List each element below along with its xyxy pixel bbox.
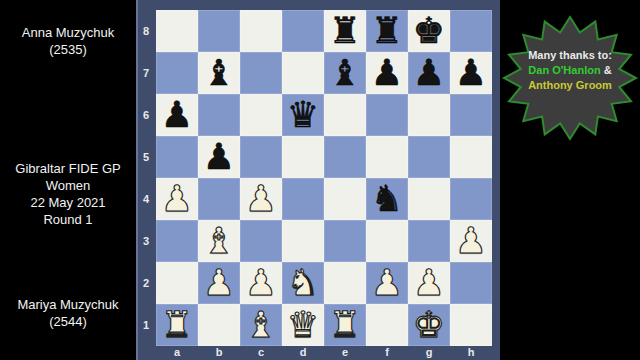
square-d8 — [282, 10, 324, 52]
square-e7: ♝ — [324, 52, 366, 94]
event-section: Women — [0, 177, 136, 194]
square-f6 — [366, 94, 408, 136]
black-pawn: ♟ — [366, 52, 408, 94]
square-b2: ♟ — [198, 262, 240, 304]
event-caption: Gibraltar FIDE GP Women 22 May 2021 Roun… — [0, 160, 136, 228]
square-e2 — [324, 262, 366, 304]
white-pawn: ♟ — [450, 220, 492, 262]
square-a1: ♜ — [156, 304, 198, 346]
square-e5 — [324, 136, 366, 178]
chess-board: ♜♜♚♝♝♟♟♟♟♛♟♟♟♞♝♟♟♟♞♟♟♜♝♛♜♚ — [156, 10, 492, 346]
square-a2 — [156, 262, 198, 304]
square-c3 — [240, 220, 282, 262]
square-h8 — [450, 10, 492, 52]
white-pawn: ♟ — [408, 262, 450, 304]
file-label-f: f — [366, 346, 408, 359]
square-a5 — [156, 136, 198, 178]
black-pawn: ♟ — [408, 52, 450, 94]
file-label-g: g — [408, 346, 450, 359]
square-c1: ♝ — [240, 304, 282, 346]
file-label-e: e — [324, 346, 366, 359]
file-label-h: h — [450, 346, 492, 359]
square-h4 — [450, 178, 492, 220]
square-e8: ♜ — [324, 10, 366, 52]
square-f3 — [366, 220, 408, 262]
square-a3 — [156, 220, 198, 262]
square-f2: ♟ — [366, 262, 408, 304]
white-pawn: ♟ — [240, 178, 282, 220]
bottom-player-rating: (2544) — [0, 313, 136, 330]
square-c7 — [240, 52, 282, 94]
square-d3 — [282, 220, 324, 262]
top-player-name: Anna Muzychuk — [0, 24, 136, 41]
white-rook: ♜ — [324, 304, 366, 346]
white-pawn: ♟ — [156, 178, 198, 220]
square-b5: ♟ — [198, 136, 240, 178]
square-c2: ♟ — [240, 262, 282, 304]
rank-label-3: 3 — [138, 220, 154, 262]
square-g2: ♟ — [408, 262, 450, 304]
rank-label-7: 7 — [138, 52, 154, 94]
square-g8: ♚ — [408, 10, 450, 52]
square-f5 — [366, 136, 408, 178]
square-h1 — [450, 304, 492, 346]
badge-separator: & — [601, 64, 612, 76]
rank-label-6: 6 — [138, 94, 154, 136]
thanks-badge: Many thanks to: Dan O'Hanlon & Anthony G… — [501, 14, 639, 144]
white-rook: ♜ — [156, 304, 198, 346]
square-g5 — [408, 136, 450, 178]
square-f8: ♜ — [366, 10, 408, 52]
black-pawn: ♟ — [156, 94, 198, 136]
square-d2: ♞ — [282, 262, 324, 304]
square-c6 — [240, 94, 282, 136]
square-e1: ♜ — [324, 304, 366, 346]
square-g4 — [408, 178, 450, 220]
square-a7 — [156, 52, 198, 94]
square-f4: ♞ — [366, 178, 408, 220]
rank-label-1: 1 — [138, 304, 154, 346]
white-bishop: ♝ — [198, 220, 240, 262]
top-player-rating: (2535) — [0, 41, 136, 58]
white-bishop: ♝ — [240, 304, 282, 346]
rank-label-8: 8 — [138, 10, 154, 52]
white-queen: ♛ — [282, 304, 324, 346]
square-h6 — [450, 94, 492, 136]
file-label-a: a — [156, 346, 198, 359]
white-pawn: ♟ — [240, 262, 282, 304]
rank-label-2: 2 — [138, 262, 154, 304]
square-a4: ♟ — [156, 178, 198, 220]
event-name: Gibraltar FIDE GP — [0, 160, 136, 177]
square-e4 — [324, 178, 366, 220]
white-pawn: ♟ — [366, 262, 408, 304]
square-b6 — [198, 94, 240, 136]
square-b8 — [198, 10, 240, 52]
badge-line-2: Dan O'Hanlon & — [528, 63, 611, 78]
black-rook: ♜ — [324, 10, 366, 52]
square-d7 — [282, 52, 324, 94]
top-player-caption: Anna Muzychuk (2535) — [0, 24, 136, 58]
black-bishop: ♝ — [198, 52, 240, 94]
event-round: Round 1 — [0, 211, 136, 228]
square-d5 — [282, 136, 324, 178]
black-bishop: ♝ — [324, 52, 366, 94]
square-g1: ♚ — [408, 304, 450, 346]
bottom-player-name: Mariya Muzychuk — [0, 296, 136, 313]
file-label-c: c — [240, 346, 282, 359]
square-c4: ♟ — [240, 178, 282, 220]
white-king: ♚ — [408, 304, 450, 346]
square-c8 — [240, 10, 282, 52]
square-b4 — [198, 178, 240, 220]
square-h3: ♟ — [450, 220, 492, 262]
square-f7: ♟ — [366, 52, 408, 94]
square-a6: ♟ — [156, 94, 198, 136]
square-f1 — [366, 304, 408, 346]
black-pawn: ♟ — [450, 52, 492, 94]
black-king: ♚ — [408, 10, 450, 52]
rank-labels: 87654321 — [138, 10, 156, 346]
rank-label-4: 4 — [138, 178, 154, 220]
square-g7: ♟ — [408, 52, 450, 94]
square-a8 — [156, 10, 198, 52]
black-queen: ♛ — [282, 94, 324, 136]
badge-intro: Many thanks to: — [528, 48, 612, 63]
square-h7: ♟ — [450, 52, 492, 94]
file-label-b: b — [198, 346, 240, 359]
badge-name-2: Anthony Groom — [528, 78, 612, 93]
rank-label-5: 5 — [138, 136, 154, 178]
square-b1 — [198, 304, 240, 346]
event-date: 22 May 2021 — [0, 194, 136, 211]
square-h5 — [450, 136, 492, 178]
square-b3: ♝ — [198, 220, 240, 262]
square-c5 — [240, 136, 282, 178]
black-rook: ♜ — [366, 10, 408, 52]
square-d4 — [282, 178, 324, 220]
square-d1: ♛ — [282, 304, 324, 346]
square-e6 — [324, 94, 366, 136]
square-e3 — [324, 220, 366, 262]
square-g3 — [408, 220, 450, 262]
chess-board-frame: 87654321 ♜♜♚♝♝♟♟♟♟♛♟♟♟♞♝♟♟♟♞♟♟♜♝♛♜♚ abcd… — [136, 0, 500, 360]
file-labels: abcdefgh — [156, 346, 492, 360]
file-label-d: d — [282, 346, 324, 359]
white-pawn: ♟ — [198, 262, 240, 304]
square-d6: ♛ — [282, 94, 324, 136]
video-frame: Anna Muzychuk (2535) Gibraltar FIDE GP W… — [0, 0, 640, 360]
black-knight: ♞ — [366, 178, 408, 220]
bottom-player-caption: Mariya Muzychuk (2544) — [0, 296, 136, 330]
black-pawn: ♟ — [198, 136, 240, 178]
square-b7: ♝ — [198, 52, 240, 94]
badge-name-1: Dan O'Hanlon — [528, 64, 600, 76]
square-g6 — [408, 94, 450, 136]
square-h2 — [450, 262, 492, 304]
thanks-badge-text: Many thanks to: Dan O'Hanlon & Anthony G… — [501, 14, 639, 144]
white-knight: ♞ — [282, 262, 324, 304]
left-caption-panel: Anna Muzychuk (2535) Gibraltar FIDE GP W… — [0, 0, 136, 360]
